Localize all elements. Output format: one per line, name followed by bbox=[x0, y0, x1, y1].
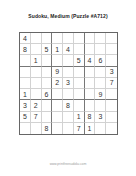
cell-r9-c1-empty[interactable] bbox=[20, 123, 31, 134]
cell-r8-c2-given: 7 bbox=[31, 112, 42, 123]
cell-r1-c3-empty[interactable] bbox=[42, 33, 53, 44]
cell-r7-c8-empty[interactable] bbox=[95, 100, 106, 111]
cell-r2-c4-given: 1 bbox=[52, 44, 63, 55]
cell-r5-c7-empty[interactable] bbox=[85, 78, 96, 89]
cell-r7-c4-empty[interactable] bbox=[52, 100, 63, 111]
cell-r8-c5-empty[interactable] bbox=[63, 112, 74, 123]
cell-r8-c8-given: 3 bbox=[95, 112, 106, 123]
cell-r7-c2-given: 2 bbox=[31, 100, 42, 111]
cell-r2-c2-empty[interactable] bbox=[31, 44, 42, 55]
cell-r5-c8-empty[interactable] bbox=[95, 78, 106, 89]
cell-r9-c8-empty[interactable] bbox=[95, 123, 106, 134]
cell-r4-c4-given: 9 bbox=[52, 67, 63, 78]
cell-r3-c5-empty[interactable] bbox=[63, 55, 74, 66]
cell-r4-c3-empty[interactable] bbox=[42, 67, 53, 78]
cell-r6-c6-empty[interactable] bbox=[74, 89, 85, 100]
cell-r5-c3-empty[interactable] bbox=[42, 78, 53, 89]
cell-r4-c9-given: 3 bbox=[106, 67, 117, 78]
sudoku-sheet: { "game": "sudoku", "difficulty": "Mediu… bbox=[0, 0, 136, 176]
cell-r6-c5-empty[interactable] bbox=[63, 89, 74, 100]
cell-r2-c9-empty[interactable] bbox=[106, 44, 117, 55]
cell-r3-c6-given: 5 bbox=[74, 55, 85, 66]
cell-r9-c2-empty[interactable] bbox=[31, 123, 42, 134]
cell-r4-c5-empty[interactable] bbox=[63, 67, 74, 78]
cell-r2-c5-given: 4 bbox=[63, 44, 74, 55]
cell-r4-c2-empty[interactable] bbox=[31, 67, 42, 78]
footer-url: www.printfreesudoku.com bbox=[14, 162, 123, 166]
sudoku-board: 4851415469323716932857183871 bbox=[19, 32, 118, 135]
cell-r9-c6-given: 7 bbox=[74, 123, 85, 134]
cell-r8-c6-given: 1 bbox=[74, 112, 85, 123]
cell-r3-c1-empty[interactable] bbox=[20, 55, 31, 66]
cell-r7-c6-empty[interactable] bbox=[74, 100, 85, 111]
cell-r1-c1-given: 4 bbox=[20, 33, 31, 44]
cell-r7-c3-empty[interactable] bbox=[42, 100, 53, 111]
cell-r6-c1-given: 1 bbox=[20, 89, 31, 100]
cell-r5-c5-given: 3 bbox=[63, 78, 74, 89]
cell-r5-c9-given: 7 bbox=[106, 78, 117, 89]
cell-r7-c5-given: 8 bbox=[63, 100, 74, 111]
cell-r3-c9-empty[interactable] bbox=[106, 55, 117, 66]
cell-r6-c9-empty[interactable] bbox=[106, 89, 117, 100]
cell-r8-c7-given: 8 bbox=[85, 112, 96, 123]
cell-r1-c8-empty[interactable] bbox=[95, 33, 106, 44]
cell-r1-c4-empty[interactable] bbox=[52, 33, 63, 44]
cell-r6-c4-empty[interactable] bbox=[52, 89, 63, 100]
cell-r4-c7-empty[interactable] bbox=[85, 67, 96, 78]
cell-r5-c4-given: 2 bbox=[52, 78, 63, 89]
cell-r8-c1-given: 5 bbox=[20, 112, 31, 123]
cell-r2-c1-given: 8 bbox=[20, 44, 31, 55]
cell-r1-c9-empty[interactable] bbox=[106, 33, 117, 44]
page-title: Sudoku, Medium (Puzzle #A712) bbox=[0, 13, 136, 19]
cell-r1-c6-empty[interactable] bbox=[74, 33, 85, 44]
cell-r2-c6-empty[interactable] bbox=[74, 44, 85, 55]
cell-r1-c5-empty[interactable] bbox=[63, 33, 74, 44]
cell-r9-c3-given: 8 bbox=[42, 123, 53, 134]
cell-r8-c9-empty[interactable] bbox=[106, 112, 117, 123]
cell-r3-c3-empty[interactable] bbox=[42, 55, 53, 66]
cell-r5-c2-empty[interactable] bbox=[31, 78, 42, 89]
cell-r6-c3-given: 6 bbox=[42, 89, 53, 100]
cell-r4-c6-empty[interactable] bbox=[74, 67, 85, 78]
cell-r6-c2-empty[interactable] bbox=[31, 89, 42, 100]
cell-r3-c4-empty[interactable] bbox=[52, 55, 63, 66]
cell-r2-c7-empty[interactable] bbox=[85, 44, 96, 55]
cell-r1-c2-empty[interactable] bbox=[31, 33, 42, 44]
cell-r7-c1-given: 3 bbox=[20, 100, 31, 111]
cell-r9-c9-empty[interactable] bbox=[106, 123, 117, 134]
cell-r7-c7-empty[interactable] bbox=[85, 100, 96, 111]
cell-r2-c8-empty[interactable] bbox=[95, 44, 106, 55]
cell-r2-c3-given: 5 bbox=[42, 44, 53, 55]
cell-r8-c4-empty[interactable] bbox=[52, 112, 63, 123]
cell-r4-c8-empty[interactable] bbox=[95, 67, 106, 78]
cell-r5-c1-empty[interactable] bbox=[20, 78, 31, 89]
cell-r9-c4-empty[interactable] bbox=[52, 123, 63, 134]
cell-r9-c7-given: 1 bbox=[85, 123, 96, 134]
cell-r7-c9-empty[interactable] bbox=[106, 100, 117, 111]
cell-r6-c8-given: 9 bbox=[95, 89, 106, 100]
cell-r3-c7-given: 4 bbox=[85, 55, 96, 66]
cell-r1-c7-empty[interactable] bbox=[85, 33, 96, 44]
cell-r8-c3-empty[interactable] bbox=[42, 112, 53, 123]
cell-r4-c1-empty[interactable] bbox=[20, 67, 31, 78]
cell-r3-c8-given: 6 bbox=[95, 55, 106, 66]
cell-r3-c2-given: 1 bbox=[31, 55, 42, 66]
cell-r9-c5-empty[interactable] bbox=[63, 123, 74, 134]
cell-r5-c6-empty[interactable] bbox=[74, 78, 85, 89]
cell-r6-c7-empty[interactable] bbox=[85, 89, 96, 100]
